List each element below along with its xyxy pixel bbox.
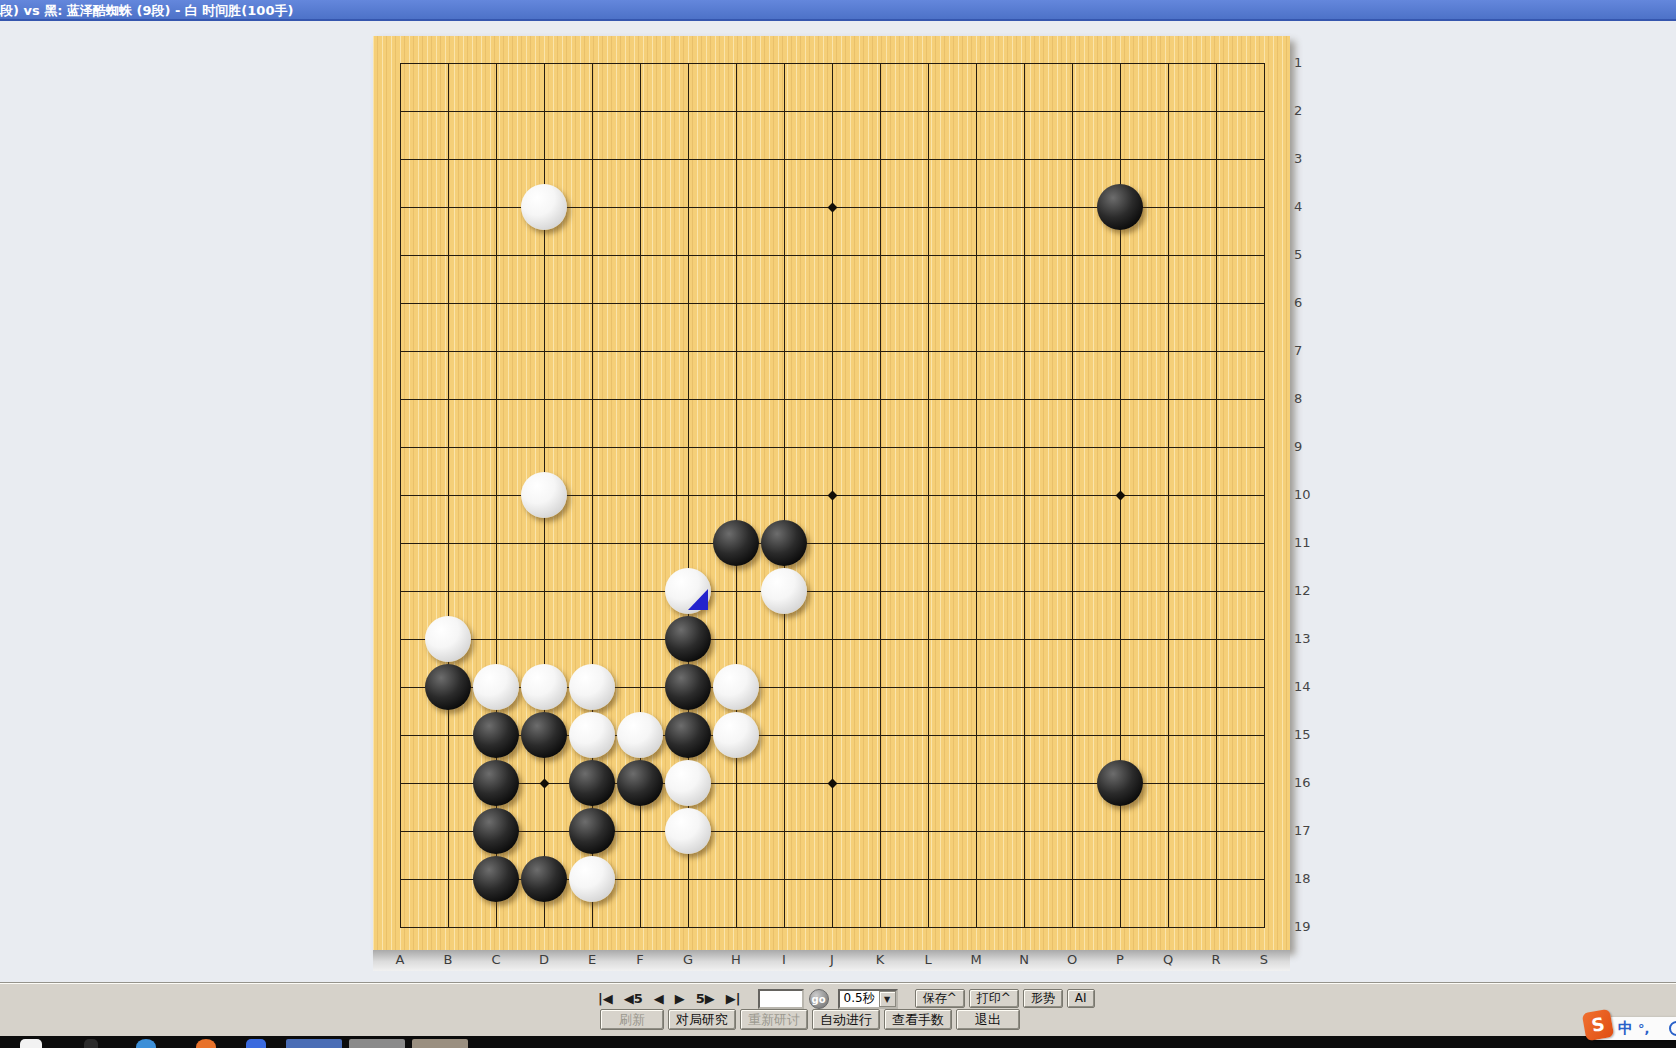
move-number-input[interactable] <box>758 989 804 1009</box>
column-label-B: B <box>438 952 458 967</box>
white-stone-C14 <box>473 664 519 710</box>
black-stone-E17 <box>569 808 615 854</box>
black-stone-D18 <box>521 856 567 902</box>
black-stone-C17 <box>473 808 519 854</box>
row-label-17: 17 <box>1294 822 1324 840</box>
column-label-G: G <box>678 952 698 967</box>
black-stone-I11 <box>761 520 807 566</box>
last-move-marker-icon <box>688 589 708 610</box>
go-button[interactable]: go <box>809 989 829 1009</box>
column-label-E: E <box>582 952 602 967</box>
white-stone-F15 <box>617 712 663 758</box>
exit-button[interactable]: 退出 <box>956 1009 1020 1030</box>
black-stone-P16 <box>1097 760 1143 806</box>
row-label-2: 2 <box>1294 102 1324 120</box>
white-stone-E14 <box>569 664 615 710</box>
ime-mode-indicator[interactable]: 中 <box>1618 1019 1633 1038</box>
row-label-11: 11 <box>1294 534 1324 552</box>
row-label-9: 9 <box>1294 438 1324 456</box>
white-stone-H15 <box>713 712 759 758</box>
delay-select[interactable]: 0.5秒 ▼ <box>838 989 898 1009</box>
row-label-7: 7 <box>1294 342 1324 360</box>
white-stone-G12 <box>665 568 711 614</box>
row-label-19: 19 <box>1294 918 1324 936</box>
nav-first-button[interactable]: |◀ <box>598 991 613 1006</box>
row-label-12: 12 <box>1294 582 1324 600</box>
column-label-L: L <box>918 952 938 967</box>
black-stone-C15 <box>473 712 519 758</box>
black-stone-G13 <box>665 616 711 662</box>
black-stone-D15 <box>521 712 567 758</box>
go-board[interactable] <box>373 36 1290 950</box>
row-label-15: 15 <box>1294 726 1324 744</box>
control-bar: |◀◀5◀▶5▶▶| go 0.5秒 ▼ 保存^打印^形势AI 刷新对局研究重新… <box>0 982 1676 1036</box>
game-study-button[interactable]: 对局研究 <box>668 1009 736 1030</box>
sogou-logo-icon[interactable]: S <box>1582 1009 1614 1041</box>
column-label-N: N <box>1014 952 1034 967</box>
save-button[interactable]: 保存^ <box>915 989 965 1008</box>
black-stone-H11 <box>713 520 759 566</box>
territory-button[interactable]: 形势 <box>1023 989 1063 1008</box>
refresh-button[interactable]: 刷新 <box>600 1009 664 1030</box>
column-label-S: S <box>1254 952 1274 967</box>
nav-forward-button[interactable]: ▶ <box>675 991 685 1006</box>
row-label-5: 5 <box>1294 246 1324 264</box>
taskbar-app-icon[interactable] <box>246 1039 266 1048</box>
toolbar-buttons: 保存^打印^形势AI <box>915 989 1099 1008</box>
print-button[interactable]: 打印^ <box>969 989 1019 1008</box>
column-label-A: A <box>390 952 410 967</box>
ai-button[interactable]: AI <box>1067 989 1095 1008</box>
column-label-H: H <box>726 952 746 967</box>
ime-emoji-icon[interactable] <box>1669 1021 1676 1036</box>
column-label-O: O <box>1062 952 1082 967</box>
nav-back5-button[interactable]: ◀5 <box>624 991 643 1006</box>
row-label-18: 18 <box>1294 870 1324 888</box>
restudy-button[interactable]: 重新研讨 <box>740 1009 808 1030</box>
column-label-M: M <box>966 952 986 967</box>
navigation-row: |◀◀5◀▶5▶▶| go 0.5秒 ▼ 保存^打印^形势AI <box>598 988 1099 1009</box>
nav-forward5-button[interactable]: 5▶ <box>696 991 715 1006</box>
row-labels: 12345678910111213141516171819 <box>1294 36 1324 950</box>
chevron-down-icon[interactable]: ▼ <box>879 991 896 1007</box>
white-stone-G16 <box>665 760 711 806</box>
app-window: 段) vs 黑: 蓝泽酷蜘蛛 (9段) - 白 时间胜(100手) ABCDEF… <box>0 0 1676 1048</box>
column-labels: ABCDEFGHIJKLMNOPQRS <box>373 950 1290 971</box>
row-label-1: 1 <box>1294 54 1324 72</box>
auto-play-button[interactable]: 自动进行 <box>812 1009 880 1030</box>
black-stone-C18 <box>473 856 519 902</box>
white-stone-D14 <box>521 664 567 710</box>
window-titlebar[interactable]: 段) vs 黑: 蓝泽酷蜘蛛 (9段) - 白 时间胜(100手) <box>0 0 1676 21</box>
white-stone-D4 <box>521 184 567 230</box>
nav-back-button[interactable]: ◀ <box>654 991 664 1006</box>
black-stone-B14 <box>425 664 471 710</box>
white-stone-G17 <box>665 808 711 854</box>
column-label-C: C <box>486 952 506 967</box>
black-stone-G14 <box>665 664 711 710</box>
row-label-13: 13 <box>1294 630 1324 648</box>
row-label-14: 14 <box>1294 678 1324 696</box>
taskbar-window-button[interactable] <box>412 1039 468 1048</box>
black-stone-F16 <box>617 760 663 806</box>
white-stone-H14 <box>713 664 759 710</box>
column-label-F: F <box>630 952 650 967</box>
black-stone-G15 <box>665 712 711 758</box>
ime-punctuation-indicator[interactable]: °, <box>1638 1021 1649 1036</box>
row-label-8: 8 <box>1294 390 1324 408</box>
action-buttons-row: 刷新对局研究重新研讨自动进行查看手数退出 <box>600 1009 1024 1030</box>
row-label-10: 10 <box>1294 486 1324 504</box>
taskbar[interactable] <box>0 1036 1676 1048</box>
row-label-16: 16 <box>1294 774 1324 792</box>
column-label-I: I <box>774 952 794 967</box>
window-title: 段) vs 黑: 蓝泽酷蜘蛛 (9段) - 白 时间胜(100手) <box>0 3 293 18</box>
column-label-J: J <box>822 952 842 967</box>
white-stone-I12 <box>761 568 807 614</box>
column-label-P: P <box>1110 952 1130 967</box>
column-label-R: R <box>1206 952 1226 967</box>
column-label-D: D <box>534 952 554 967</box>
taskbar-window-button[interactable] <box>286 1039 342 1048</box>
black-stone-E16 <box>569 760 615 806</box>
white-stone-E18 <box>569 856 615 902</box>
white-stone-D10 <box>521 472 567 518</box>
view-move-count-button[interactable]: 查看手数 <box>884 1009 952 1030</box>
nav-cluster: |◀◀5◀▶5▶▶| <box>598 991 752 1006</box>
row-label-4: 4 <box>1294 198 1324 216</box>
white-stone-B13 <box>425 616 471 662</box>
ime-toolbar[interactable]: S 中 °, <box>1592 1017 1676 1040</box>
taskbar-app-icon[interactable] <box>84 1039 98 1048</box>
black-stone-P4 <box>1097 184 1143 230</box>
white-stone-E15 <box>569 712 615 758</box>
row-label-6: 6 <box>1294 294 1324 312</box>
taskbar-app-icon[interactable] <box>136 1039 156 1048</box>
taskbar-app-icon[interactable] <box>196 1039 216 1048</box>
delay-select-value: 0.5秒 <box>840 990 879 1007</box>
nav-last-button[interactable]: ▶| <box>726 991 741 1006</box>
taskbar-window-button[interactable] <box>349 1039 405 1048</box>
black-stone-C16 <box>473 760 519 806</box>
column-label-K: K <box>870 952 890 967</box>
taskbar-app-icon[interactable] <box>20 1039 42 1048</box>
row-label-3: 3 <box>1294 150 1324 168</box>
column-label-Q: Q <box>1158 952 1178 967</box>
